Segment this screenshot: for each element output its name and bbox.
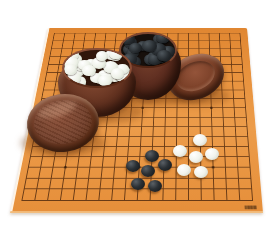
black-stone [158,159,172,171]
black-stone [148,180,162,192]
black-stone [141,165,155,177]
white-stone [193,134,207,146]
loose-stones-layer [0,0,275,243]
black-stone [145,150,159,162]
black-stone [131,178,145,190]
white-stone [173,145,187,157]
white-stone [177,164,191,176]
black-stone [126,160,140,172]
go-set-product-photo: Product photo of a Go set: orange 19x19 … [0,0,275,243]
white-stone [205,148,219,160]
white-stone [194,166,208,178]
white-stone [189,151,203,163]
